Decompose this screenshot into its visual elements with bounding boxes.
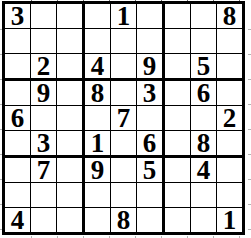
cell-r1c6[interactable]: [137, 4, 165, 29]
cell-r8c3[interactable]: [57, 183, 85, 208]
cell-r9c4[interactable]: [85, 208, 111, 232]
sudoku-board: 3182495983667231687954481: [2, 1, 245, 235]
cell-r4c4[interactable]: 8: [85, 81, 111, 106]
edge-ticks-bottom: [6, 236, 246, 238]
cell-r7c8[interactable]: 4: [191, 158, 217, 183]
cell-r4c6[interactable]: 3: [137, 81, 165, 106]
cell-r1c9[interactable]: 8: [217, 4, 242, 29]
cell-r9c2[interactable]: [31, 208, 57, 232]
cell-r9c6[interactable]: [137, 208, 165, 232]
sudoku-page: 3182495983667231687954481: [0, 0, 251, 238]
cell-r7c9[interactable]: [217, 158, 242, 183]
cell-r2c9[interactable]: [217, 29, 242, 54]
cell-r5c1[interactable]: 6: [5, 106, 31, 131]
cell-r6c6[interactable]: 6: [137, 131, 165, 158]
cell-r9c7[interactable]: [165, 208, 191, 232]
cell-r4c2[interactable]: 9: [31, 81, 57, 106]
cell-r1c3[interactable]: [57, 4, 85, 29]
cell-r1c4[interactable]: [85, 4, 111, 29]
cell-r9c5[interactable]: 8: [111, 208, 137, 232]
edge-ticks-right: [248, 5, 251, 233]
cell-r7c1[interactable]: [5, 158, 31, 183]
cell-r9c9[interactable]: 1: [217, 208, 242, 232]
cell-r3c7[interactable]: [165, 54, 191, 81]
cell-r9c3[interactable]: [57, 208, 85, 232]
cell-r5c3[interactable]: [57, 106, 85, 131]
cell-r3c8[interactable]: 5: [191, 54, 217, 81]
cell-r2c1[interactable]: [5, 29, 31, 54]
cell-r1c7[interactable]: [165, 4, 191, 29]
cell-r7c4[interactable]: 9: [85, 158, 111, 183]
cell-r8c7[interactable]: [165, 183, 191, 208]
cell-r6c2[interactable]: 3: [31, 131, 57, 158]
cell-r7c5[interactable]: [111, 158, 137, 183]
cell-r6c7[interactable]: [165, 131, 191, 158]
cell-r1c8[interactable]: [191, 4, 217, 29]
cell-r7c3[interactable]: [57, 158, 85, 183]
cell-r5c7[interactable]: [165, 106, 191, 131]
cell-r8c4[interactable]: [85, 183, 111, 208]
cell-r4c8[interactable]: 6: [191, 81, 217, 106]
cell-r1c5[interactable]: 1: [111, 4, 137, 29]
cell-r3c2[interactable]: 2: [31, 54, 57, 81]
cell-r2c3[interactable]: [57, 29, 85, 54]
cell-r8c8[interactable]: [191, 183, 217, 208]
cell-r5c5[interactable]: 7: [111, 106, 137, 131]
cell-r7c7[interactable]: [165, 158, 191, 183]
cell-r1c2[interactable]: [31, 4, 57, 29]
cell-r3c1[interactable]: [5, 54, 31, 81]
cell-r6c1[interactable]: [5, 131, 31, 158]
cell-r3c6[interactable]: 9: [137, 54, 165, 81]
cell-r6c8[interactable]: 8: [191, 131, 217, 158]
cell-r8c2[interactable]: [31, 183, 57, 208]
cell-r7c6[interactable]: 5: [137, 158, 165, 183]
cell-r4c7[interactable]: [165, 81, 191, 106]
cell-r3c9[interactable]: [217, 54, 242, 81]
cell-r3c3[interactable]: [57, 54, 85, 81]
cell-r6c3[interactable]: [57, 131, 85, 158]
cell-r9c8[interactable]: [191, 208, 217, 232]
cell-r5c9[interactable]: 2: [217, 106, 242, 131]
cell-r6c9[interactable]: [217, 131, 242, 158]
cell-r6c5[interactable]: [111, 131, 137, 158]
cell-r4c3[interactable]: [57, 81, 85, 106]
cell-r8c6[interactable]: [137, 183, 165, 208]
cell-r2c7[interactable]: [165, 29, 191, 54]
cell-r3c4[interactable]: 4: [85, 54, 111, 81]
cell-r2c5[interactable]: [111, 29, 137, 54]
cell-r1c1[interactable]: 3: [5, 4, 31, 29]
cell-r6c4[interactable]: 1: [85, 131, 111, 158]
cell-r7c2[interactable]: 7: [31, 158, 57, 183]
cell-r9c1[interactable]: 4: [5, 208, 31, 232]
cell-r3c5[interactable]: [111, 54, 137, 81]
